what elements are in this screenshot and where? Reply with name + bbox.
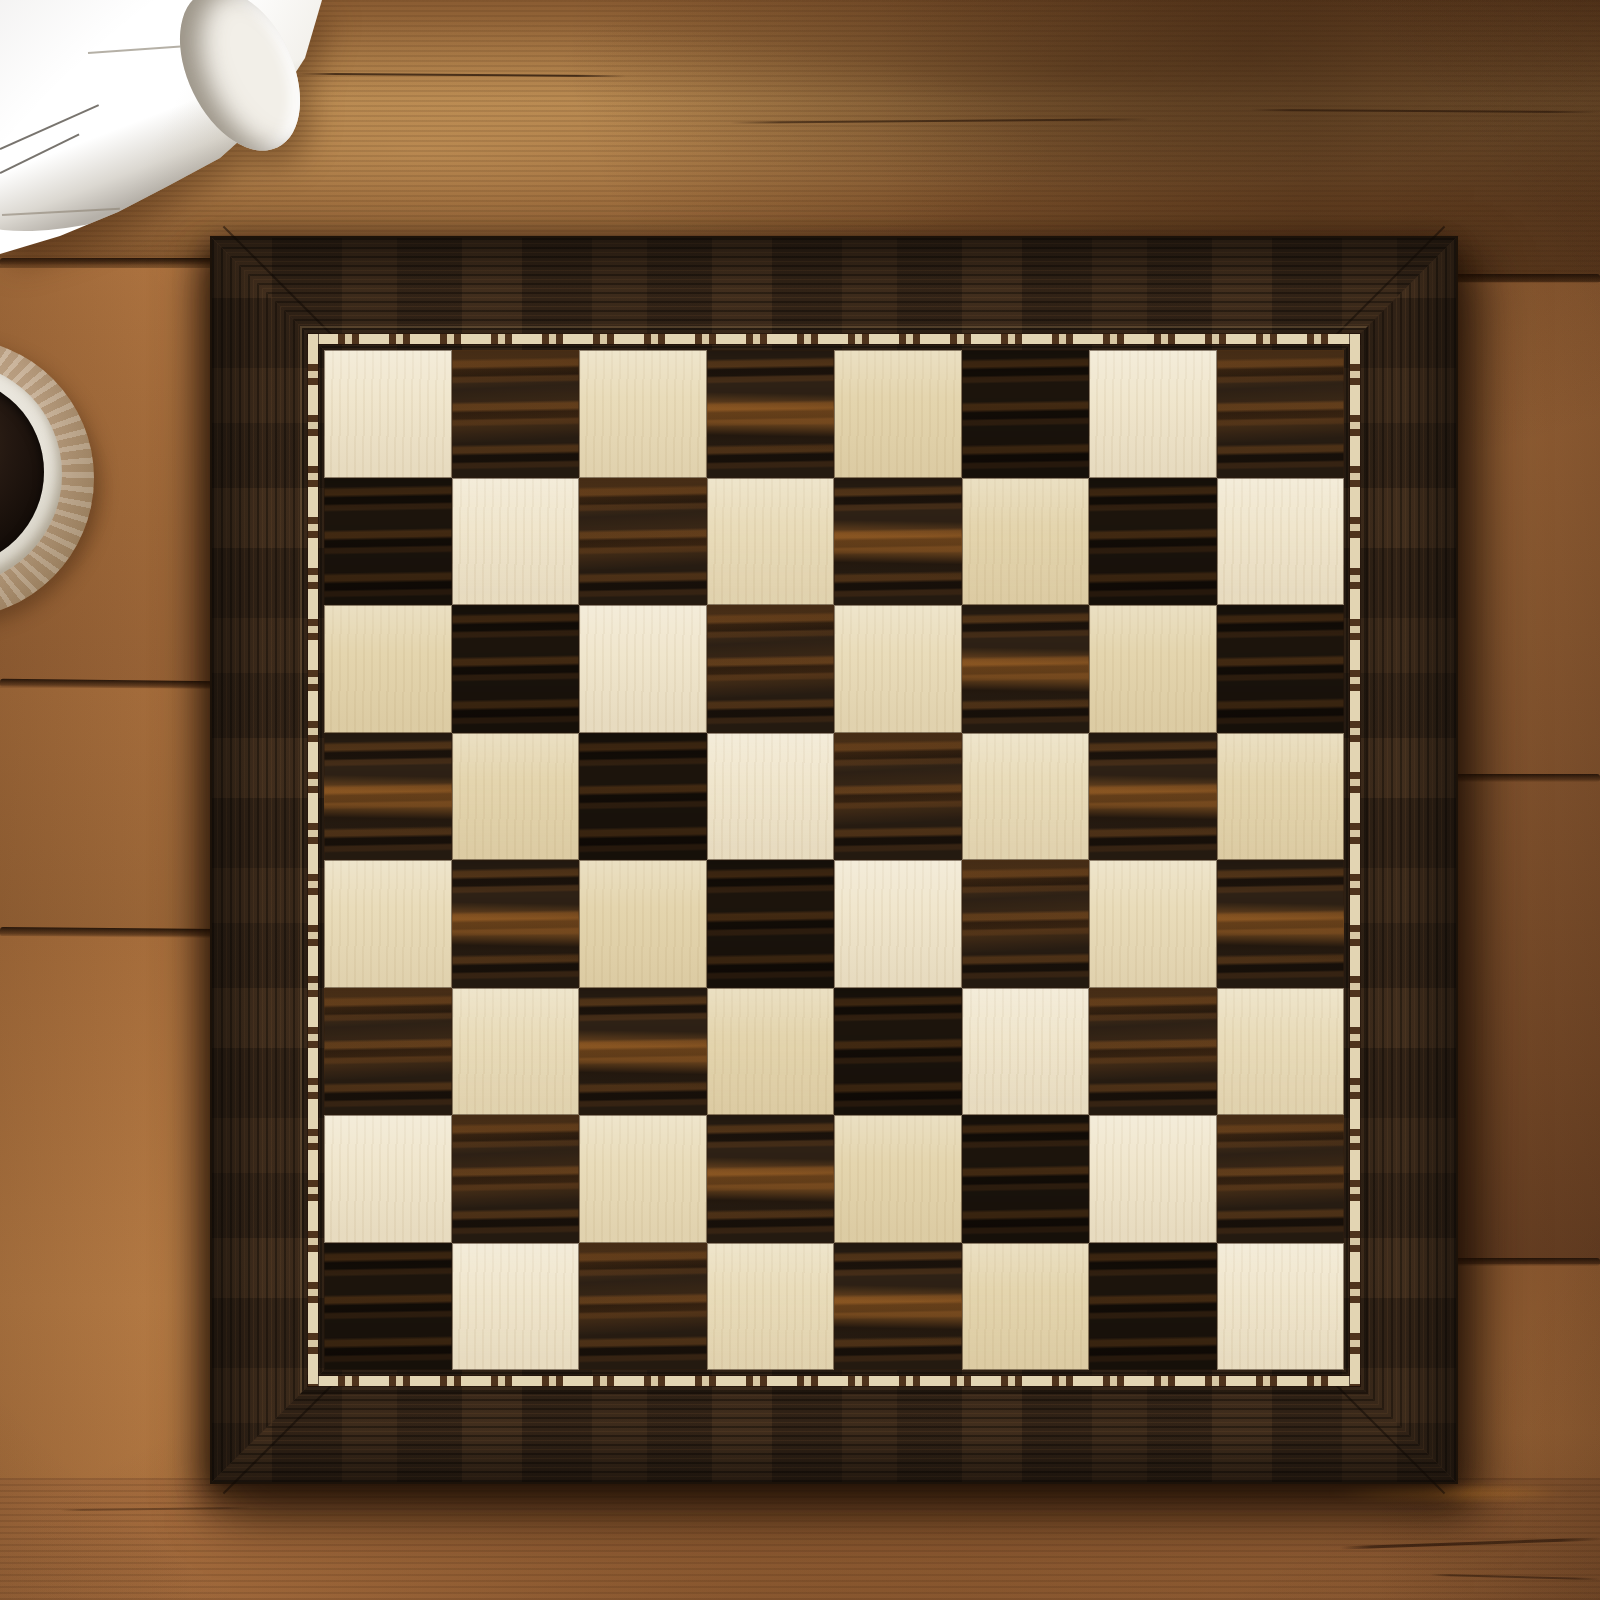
square-a7[interactable] [324, 478, 452, 606]
square-h8[interactable] [1217, 350, 1345, 478]
square-a8[interactable] [324, 350, 452, 478]
square-a3[interactable] [324, 988, 452, 1116]
square-a1[interactable] [324, 1243, 452, 1371]
square-c8[interactable] [579, 350, 707, 478]
square-d1[interactable] [707, 1243, 835, 1371]
square-g1[interactable] [1089, 1243, 1217, 1371]
square-d3[interactable] [707, 988, 835, 1116]
square-a5[interactable] [324, 733, 452, 861]
square-b6[interactable] [452, 605, 580, 733]
square-g2[interactable] [1089, 1115, 1217, 1243]
square-f3[interactable] [962, 988, 1090, 1116]
square-c2[interactable] [579, 1115, 707, 1243]
square-c4[interactable] [579, 860, 707, 988]
square-f1[interactable] [962, 1243, 1090, 1371]
square-c1[interactable] [579, 1243, 707, 1371]
square-a2[interactable] [324, 1115, 452, 1243]
square-h2[interactable] [1217, 1115, 1345, 1243]
inlay-border-right [1350, 334, 1360, 1386]
square-e3[interactable] [834, 988, 962, 1116]
square-h6[interactable] [1217, 605, 1345, 733]
square-g7[interactable] [1089, 478, 1217, 606]
wood-highlight [1330, 1482, 1570, 1504]
square-e4[interactable] [834, 860, 962, 988]
square-d7[interactable] [707, 478, 835, 606]
square-f6[interactable] [962, 605, 1090, 733]
square-g5[interactable] [1089, 733, 1217, 861]
square-d6[interactable] [707, 605, 835, 733]
square-d2[interactable] [707, 1115, 835, 1243]
square-g4[interactable] [1089, 860, 1217, 988]
square-b3[interactable] [452, 988, 580, 1116]
square-h4[interactable] [1217, 860, 1345, 988]
square-e5[interactable] [834, 733, 962, 861]
square-h7[interactable] [1217, 478, 1345, 606]
square-e8[interactable] [834, 350, 962, 478]
square-e1[interactable] [834, 1243, 962, 1371]
plank-gap [0, 927, 222, 938]
inlay-border-left [308, 334, 318, 1386]
square-b5[interactable] [452, 733, 580, 861]
square-b2[interactable] [452, 1115, 580, 1243]
square-b4[interactable] [452, 860, 580, 988]
table-plank [0, 688, 222, 936]
square-e6[interactable] [834, 605, 962, 733]
square-a6[interactable] [324, 605, 452, 733]
square-f4[interactable] [962, 860, 1090, 988]
square-h1[interactable] [1217, 1243, 1345, 1371]
square-b7[interactable] [452, 478, 580, 606]
square-c6[interactable] [579, 605, 707, 733]
inlay-border-bottom [308, 1376, 1360, 1386]
square-e2[interactable] [834, 1115, 962, 1243]
board-squares-grid [324, 350, 1344, 1370]
square-g8[interactable] [1089, 350, 1217, 478]
square-d4[interactable] [707, 860, 835, 988]
square-e7[interactable] [834, 478, 962, 606]
square-f8[interactable] [962, 350, 1090, 478]
square-d8[interactable] [707, 350, 835, 478]
square-g6[interactable] [1089, 605, 1217, 733]
chessboard [212, 238, 1456, 1482]
square-b8[interactable] [452, 350, 580, 478]
square-f2[interactable] [962, 1115, 1090, 1243]
square-h5[interactable] [1217, 733, 1345, 861]
square-f5[interactable] [962, 733, 1090, 861]
square-a4[interactable] [324, 860, 452, 988]
square-c7[interactable] [579, 478, 707, 606]
square-d5[interactable] [707, 733, 835, 861]
inlay-border-top [308, 334, 1360, 344]
square-b1[interactable] [452, 1243, 580, 1371]
square-g3[interactable] [1089, 988, 1217, 1116]
square-f7[interactable] [962, 478, 1090, 606]
square-h3[interactable] [1217, 988, 1345, 1116]
square-c5[interactable] [579, 733, 707, 861]
square-c3[interactable] [579, 988, 707, 1116]
